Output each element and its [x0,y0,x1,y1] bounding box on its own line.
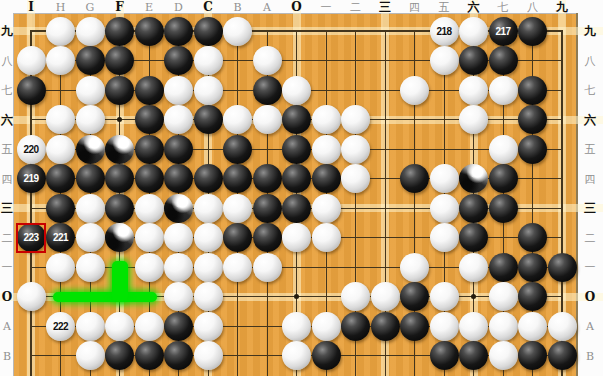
white-stone[interactable] [312,194,341,223]
black-stone[interactable] [518,135,547,164]
white-stone[interactable] [76,341,105,370]
black-stone[interactable] [17,164,46,193]
star-point [117,117,122,122]
black-stone[interactable] [223,135,252,164]
white-stone[interactable] [489,282,518,311]
black-stone[interactable] [518,105,547,134]
white-stone[interactable] [223,194,252,223]
row-label: 七 [2,85,13,96]
black-stone[interactable] [105,341,134,370]
white-stone[interactable] [430,46,459,75]
white-stone[interactable] [430,194,459,223]
white-stone[interactable] [46,135,75,164]
row-label: B [586,350,594,361]
white-stone[interactable] [371,282,400,311]
column-label: 一 [321,2,332,13]
analysis-marker-green-vertical [112,261,128,301]
white-stone[interactable] [312,135,341,164]
white-stone[interactable] [194,46,223,75]
white-stone[interactable] [341,105,370,134]
column-label: E [145,2,153,13]
white-stone[interactable] [430,223,459,252]
black-stone[interactable] [489,253,518,282]
white-stone[interactable] [282,312,311,341]
row-label: 三 [584,202,596,214]
black-stone[interactable] [135,341,164,370]
black-stone[interactable] [164,341,193,370]
black-stone[interactable] [17,223,46,252]
white-stone[interactable] [312,223,341,252]
black-stone[interactable] [223,223,252,252]
row-label: A [586,321,594,332]
row-label: 八 [585,55,596,66]
row-label: A [3,321,11,332]
white-stone[interactable] [430,312,459,341]
white-stone[interactable] [194,76,223,105]
white-stone[interactable] [341,164,370,193]
black-stone[interactable] [518,253,547,282]
black-stone[interactable] [135,105,164,134]
swirl-stone[interactable] [164,194,193,223]
swirl-stone[interactable] [459,164,488,193]
black-stone[interactable] [135,17,164,46]
white-stone[interactable] [282,341,311,370]
column-label: I [28,1,34,13]
white-stone[interactable] [223,253,252,282]
white-stone[interactable] [489,341,518,370]
white-stone[interactable] [282,76,311,105]
white-stone[interactable] [341,135,370,164]
white-stone[interactable] [76,253,105,282]
white-stone[interactable] [17,282,46,311]
white-stone[interactable] [459,105,488,134]
black-stone[interactable] [489,194,518,223]
swirl-stone[interactable] [76,135,105,164]
row-label: 六 [584,114,596,126]
column-label: D [174,2,183,13]
white-stone[interactable] [223,17,252,46]
row-label: O [2,291,12,303]
column-label: 六 [468,1,480,13]
row-label: 三 [1,202,13,214]
black-stone[interactable] [164,312,193,341]
white-stone[interactable] [312,312,341,341]
black-stone[interactable] [135,164,164,193]
row-label: 二 [2,232,13,243]
black-stone[interactable] [489,17,518,46]
white-stone[interactable] [489,312,518,341]
black-stone[interactable] [341,312,370,341]
white-stone[interactable] [459,312,488,341]
white-stone[interactable] [76,105,105,134]
white-stone[interactable] [548,312,577,341]
swirl-stone[interactable] [105,135,134,164]
row-label: 八 [2,55,13,66]
white-stone[interactable] [223,105,252,134]
white-stone[interactable] [489,76,518,105]
black-stone[interactable] [518,282,547,311]
black-stone[interactable] [459,341,488,370]
row-label: 四 [2,173,13,184]
white-stone[interactable] [135,194,164,223]
black-stone[interactable] [164,135,193,164]
column-label: 八 [527,2,538,13]
black-stone[interactable] [76,46,105,75]
black-stone[interactable] [459,223,488,252]
white-stone[interactable] [430,17,459,46]
white-stone[interactable] [194,312,223,341]
black-stone[interactable] [135,135,164,164]
white-stone[interactable] [341,282,370,311]
black-stone[interactable] [459,46,488,75]
white-stone[interactable] [194,253,223,282]
row-label: B [3,350,11,361]
black-stone[interactable] [223,164,252,193]
white-stone[interactable] [253,253,282,282]
row-label: O [585,291,595,303]
black-stone[interactable] [489,164,518,193]
go-board-app: IHGFEDCBAO一二三四五六七八九九九八八七七六六五五四四三三二二一一OOA… [0,0,603,376]
white-stone[interactable] [164,223,193,252]
black-stone[interactable] [282,105,311,134]
column-label: 二 [350,2,361,13]
white-stone[interactable] [518,312,547,341]
white-stone[interactable] [253,46,282,75]
black-stone[interactable] [253,194,282,223]
column-label: 七 [498,2,509,13]
black-stone[interactable] [46,223,75,252]
white-stone[interactable] [253,105,282,134]
black-stone[interactable] [194,105,223,134]
black-stone[interactable] [194,164,223,193]
white-stone[interactable] [135,223,164,252]
black-stone[interactable] [105,76,134,105]
black-stone[interactable] [46,194,75,223]
white-stone[interactable] [17,135,46,164]
white-stone[interactable] [76,17,105,46]
black-stone[interactable] [105,194,134,223]
white-stone[interactable] [76,76,105,105]
black-stone[interactable] [164,17,193,46]
white-stone[interactable] [76,194,105,223]
row-label: 二 [585,232,596,243]
black-stone[interactable] [282,164,311,193]
white-stone[interactable] [17,46,46,75]
black-stone[interactable] [253,164,282,193]
white-stone[interactable] [105,312,134,341]
column-label: 五 [439,2,450,13]
column-label: 四 [409,2,420,13]
black-stone[interactable] [400,164,429,193]
column-label: A [263,2,271,13]
white-stone[interactable] [46,17,75,46]
row-label: 六 [1,114,13,126]
white-stone[interactable] [282,223,311,252]
black-stone[interactable] [46,164,75,193]
white-stone[interactable] [430,282,459,311]
black-stone[interactable] [548,341,577,370]
black-stone[interactable] [518,17,547,46]
white-stone[interactable] [135,312,164,341]
black-stone[interactable] [282,135,311,164]
white-stone[interactable] [400,76,429,105]
column-label: H [56,2,66,13]
column-label: G [86,2,95,13]
black-stone[interactable] [459,194,488,223]
analysis-marker-green-horizontal [53,292,157,302]
star-point [471,294,476,299]
column-label: 三 [379,1,391,13]
white-stone[interactable] [164,105,193,134]
black-stone[interactable] [253,223,282,252]
white-stone[interactable] [489,135,518,164]
black-stone[interactable] [253,76,282,105]
black-stone[interactable] [518,223,547,252]
black-stone[interactable] [518,76,547,105]
black-stone[interactable] [164,46,193,75]
row-label: 九 [1,25,13,37]
row-label: 七 [585,85,596,96]
white-stone[interactable] [135,253,164,282]
white-stone[interactable] [76,223,105,252]
column-label: 九 [556,1,568,13]
white-stone[interactable] [194,194,223,223]
black-stone[interactable] [164,164,193,193]
row-label: 一 [2,262,13,273]
black-stone[interactable] [76,164,105,193]
black-stone[interactable] [105,17,134,46]
white-stone[interactable] [76,312,105,341]
column-label: B [233,2,241,13]
black-stone[interactable] [17,76,46,105]
black-stone[interactable] [194,17,223,46]
white-stone[interactable] [400,253,429,282]
black-stone[interactable] [400,282,429,311]
white-stone[interactable] [164,76,193,105]
white-stone[interactable] [312,105,341,134]
row-label: 一 [585,262,596,273]
black-stone[interactable] [282,194,311,223]
white-stone[interactable] [164,253,193,282]
black-stone[interactable] [105,46,134,75]
white-stone[interactable] [46,312,75,341]
white-stone[interactable] [459,76,488,105]
column-label: O [291,1,301,13]
row-label: 四 [585,173,596,184]
white-stone[interactable] [194,341,223,370]
white-stone[interactable] [459,253,488,282]
column-label: C [203,1,213,13]
star-point [294,294,299,299]
black-stone[interactable] [548,253,577,282]
white-stone[interactable] [459,17,488,46]
black-stone[interactable] [430,341,459,370]
black-stone[interactable] [312,164,341,193]
row-label: 五 [2,144,13,155]
black-stone[interactable] [518,341,547,370]
black-stone[interactable] [489,46,518,75]
white-stone[interactable] [46,46,75,75]
white-stone[interactable] [46,105,75,134]
white-stone[interactable] [194,282,223,311]
black-stone[interactable] [371,312,400,341]
white-stone[interactable] [164,282,193,311]
row-label: 五 [585,144,596,155]
black-stone[interactable] [105,164,134,193]
row-label: 九 [584,25,596,37]
swirl-stone[interactable] [105,223,134,252]
black-stone[interactable] [400,312,429,341]
column-label: F [115,1,124,13]
white-stone[interactable] [46,253,75,282]
black-stone[interactable] [135,76,164,105]
white-stone[interactable] [194,223,223,252]
white-stone[interactable] [430,164,459,193]
black-stone[interactable] [312,341,341,370]
